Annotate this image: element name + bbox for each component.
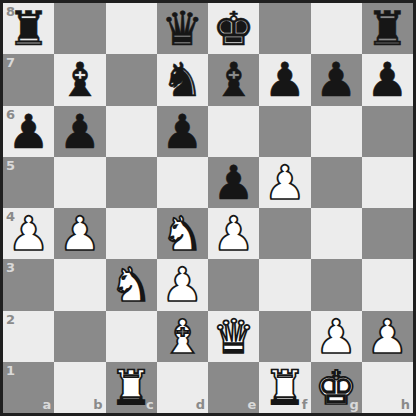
square-f8[interactable] <box>259 3 310 54</box>
square-e3[interactable] <box>208 259 259 310</box>
piece-white-pawn-h2[interactable]: ♟ <box>362 311 413 362</box>
piece-black-rook-a8[interactable]: ♜ <box>3 3 54 54</box>
square-b1[interactable]: b <box>54 362 105 413</box>
piece-black-pawn-a6[interactable]: ♟ <box>3 106 54 157</box>
piece-white-pawn-g2[interactable]: ♟ <box>311 311 362 362</box>
square-g7[interactable]: ♟ <box>311 54 362 105</box>
square-c4[interactable] <box>106 208 157 259</box>
piece-white-rook-f1[interactable]: ♜ <box>259 362 310 413</box>
square-c8[interactable] <box>106 3 157 54</box>
rank-label-5: 5 <box>6 159 15 172</box>
square-b4[interactable]: ♟ <box>54 208 105 259</box>
square-h4[interactable] <box>362 208 413 259</box>
file-label-b: b <box>93 398 102 411</box>
piece-black-king-e8[interactable]: ♚ <box>208 3 259 54</box>
chess-board: 8♜♛♚♜7♝♞♝♟♟♟6♟♟♟5♟♟4♟♟♞♟3♞♟2♝♛♟♟1abc♜def… <box>3 3 413 413</box>
square-c3[interactable]: ♞ <box>106 259 157 310</box>
square-g5[interactable] <box>311 157 362 208</box>
piece-black-bishop-e7[interactable]: ♝ <box>208 54 259 105</box>
square-h7[interactable]: ♟ <box>362 54 413 105</box>
chess-board-frame: 8♜♛♚♜7♝♞♝♟♟♟6♟♟♟5♟♟4♟♟♞♟3♞♟2♝♛♟♟1abc♜def… <box>0 0 416 416</box>
square-f3[interactable] <box>259 259 310 310</box>
file-label-e: e <box>247 398 256 411</box>
square-g6[interactable] <box>311 106 362 157</box>
file-label-d: d <box>196 398 205 411</box>
square-d1[interactable]: d <box>157 362 208 413</box>
square-c2[interactable] <box>106 311 157 362</box>
square-h8[interactable]: ♜ <box>362 3 413 54</box>
square-f5[interactable]: ♟ <box>259 157 310 208</box>
piece-white-king-g1[interactable]: ♚ <box>311 362 362 413</box>
piece-white-bishop-d2[interactable]: ♝ <box>157 311 208 362</box>
piece-white-knight-d4[interactable]: ♞ <box>157 208 208 259</box>
square-b8[interactable] <box>54 3 105 54</box>
square-c7[interactable] <box>106 54 157 105</box>
piece-black-knight-d7[interactable]: ♞ <box>157 54 208 105</box>
square-d3[interactable]: ♟ <box>157 259 208 310</box>
piece-black-pawn-h7[interactable]: ♟ <box>362 54 413 105</box>
square-c1[interactable]: c♜ <box>106 362 157 413</box>
square-h5[interactable] <box>362 157 413 208</box>
square-d8[interactable]: ♛ <box>157 3 208 54</box>
square-a6[interactable]: 6♟ <box>3 106 54 157</box>
piece-black-pawn-d6[interactable]: ♟ <box>157 106 208 157</box>
rank-label-7: 7 <box>6 56 15 69</box>
square-e5[interactable]: ♟ <box>208 157 259 208</box>
file-label-a: a <box>42 398 51 411</box>
square-h6[interactable] <box>362 106 413 157</box>
square-h2[interactable]: ♟ <box>362 311 413 362</box>
piece-white-rook-c1[interactable]: ♜ <box>106 362 157 413</box>
square-d2[interactable]: ♝ <box>157 311 208 362</box>
square-b2[interactable] <box>54 311 105 362</box>
square-b5[interactable] <box>54 157 105 208</box>
square-e6[interactable] <box>208 106 259 157</box>
square-g8[interactable] <box>311 3 362 54</box>
square-h1[interactable]: h <box>362 362 413 413</box>
square-d7[interactable]: ♞ <box>157 54 208 105</box>
piece-white-pawn-b4[interactable]: ♟ <box>54 208 105 259</box>
square-h3[interactable] <box>362 259 413 310</box>
piece-black-bishop-b7[interactable]: ♝ <box>54 54 105 105</box>
piece-black-pawn-f7[interactable]: ♟ <box>259 54 310 105</box>
piece-black-rook-h8[interactable]: ♜ <box>362 3 413 54</box>
piece-black-pawn-b6[interactable]: ♟ <box>54 106 105 157</box>
square-a7[interactable]: 7 <box>3 54 54 105</box>
rank-label-2: 2 <box>6 313 15 326</box>
rank-label-3: 3 <box>6 261 15 274</box>
square-e4[interactable]: ♟ <box>208 208 259 259</box>
square-a5[interactable]: 5 <box>3 157 54 208</box>
square-b3[interactable] <box>54 259 105 310</box>
square-e8[interactable]: ♚ <box>208 3 259 54</box>
square-c6[interactable] <box>106 106 157 157</box>
square-d6[interactable]: ♟ <box>157 106 208 157</box>
square-e7[interactable]: ♝ <box>208 54 259 105</box>
square-g4[interactable] <box>311 208 362 259</box>
square-f4[interactable] <box>259 208 310 259</box>
square-e1[interactable]: e <box>208 362 259 413</box>
square-a3[interactable]: 3 <box>3 259 54 310</box>
piece-white-knight-c3[interactable]: ♞ <box>106 259 157 310</box>
square-d5[interactable] <box>157 157 208 208</box>
square-a8[interactable]: 8♜ <box>3 3 54 54</box>
piece-white-pawn-a4[interactable]: ♟ <box>3 208 54 259</box>
square-f6[interactable] <box>259 106 310 157</box>
square-b6[interactable]: ♟ <box>54 106 105 157</box>
rank-label-1: 1 <box>6 364 15 377</box>
square-a4[interactable]: 4♟ <box>3 208 54 259</box>
square-c5[interactable] <box>106 157 157 208</box>
piece-white-pawn-e4[interactable]: ♟ <box>208 208 259 259</box>
square-g1[interactable]: g♚ <box>311 362 362 413</box>
square-d4[interactable]: ♞ <box>157 208 208 259</box>
piece-white-queen-e2[interactable]: ♛ <box>208 311 259 362</box>
square-a2[interactable]: 2 <box>3 311 54 362</box>
square-g2[interactable]: ♟ <box>311 311 362 362</box>
square-a1[interactable]: 1a <box>3 362 54 413</box>
piece-black-pawn-e5[interactable]: ♟ <box>208 157 259 208</box>
piece-white-pawn-d3[interactable]: ♟ <box>157 259 208 310</box>
square-b7[interactable]: ♝ <box>54 54 105 105</box>
square-g3[interactable] <box>311 259 362 310</box>
square-f1[interactable]: f♜ <box>259 362 310 413</box>
piece-white-pawn-f5[interactable]: ♟ <box>259 157 310 208</box>
piece-black-pawn-g7[interactable]: ♟ <box>311 54 362 105</box>
square-e2[interactable]: ♛ <box>208 311 259 362</box>
file-label-h: h <box>401 398 410 411</box>
square-f7[interactable]: ♟ <box>259 54 310 105</box>
piece-black-queen-d8[interactable]: ♛ <box>157 3 208 54</box>
square-f2[interactable] <box>259 311 310 362</box>
